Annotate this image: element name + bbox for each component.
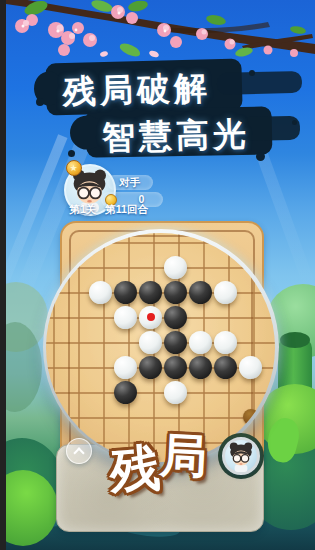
white-stone bbox=[139, 331, 162, 354]
ink-splatter bbox=[68, 150, 75, 157]
white-stone bbox=[189, 331, 212, 354]
white-stone bbox=[164, 381, 187, 404]
ink-splatter bbox=[256, 152, 265, 161]
white-stone bbox=[164, 256, 187, 279]
medal-icon: ★ bbox=[66, 160, 82, 176]
black-stone bbox=[189, 356, 212, 379]
ink-splatter bbox=[292, 120, 297, 125]
white-stone bbox=[214, 331, 237, 354]
black-stone bbox=[214, 356, 237, 379]
white-stone bbox=[214, 281, 237, 304]
black-stone bbox=[114, 381, 137, 404]
endgame-banner: 残 局 bbox=[110, 436, 207, 486]
cherry-blossom-branch bbox=[6, 0, 315, 64]
black-stone bbox=[164, 306, 187, 329]
collapse-button[interactable] bbox=[66, 438, 92, 464]
last-move-marker bbox=[147, 313, 155, 321]
player-avatar-face bbox=[225, 440, 257, 472]
blossoms bbox=[15, 5, 298, 59]
opponent-name-pill: 对手 bbox=[107, 175, 153, 190]
black-stone bbox=[114, 281, 137, 304]
white-stone bbox=[239, 356, 262, 379]
title-line-1: 残局破解 bbox=[62, 66, 211, 115]
white-stone bbox=[89, 281, 112, 304]
round-label: 第11回合 bbox=[105, 203, 148, 215]
ink-splatter bbox=[36, 98, 44, 106]
game-screen: 残局破解 智慧高光 ★ 对手 0 第1关第11回合 bbox=[6, 0, 315, 550]
white-stone-last-move bbox=[139, 306, 162, 329]
title-line-2: 智慧高光 bbox=[101, 112, 250, 161]
white-stone bbox=[114, 356, 137, 379]
black-stone bbox=[189, 281, 212, 304]
ink-splatter bbox=[249, 70, 255, 76]
black-stone bbox=[164, 281, 187, 304]
banner-char-2: 局 bbox=[158, 431, 208, 483]
black-stone bbox=[164, 331, 187, 354]
stone-grid bbox=[46, 233, 275, 455]
banner-char-1: 残 bbox=[108, 442, 161, 495]
black-stone bbox=[164, 356, 187, 379]
level-label: 第1关 bbox=[70, 203, 97, 215]
player-avatar[interactable] bbox=[222, 437, 260, 475]
chevron-up-icon bbox=[73, 447, 84, 458]
opponent-name-label: 对手 bbox=[107, 176, 153, 190]
level-round-text: 第1关第11回合 bbox=[70, 203, 157, 217]
black-stone bbox=[139, 281, 162, 304]
white-stone bbox=[114, 306, 137, 329]
black-stone bbox=[139, 356, 162, 379]
